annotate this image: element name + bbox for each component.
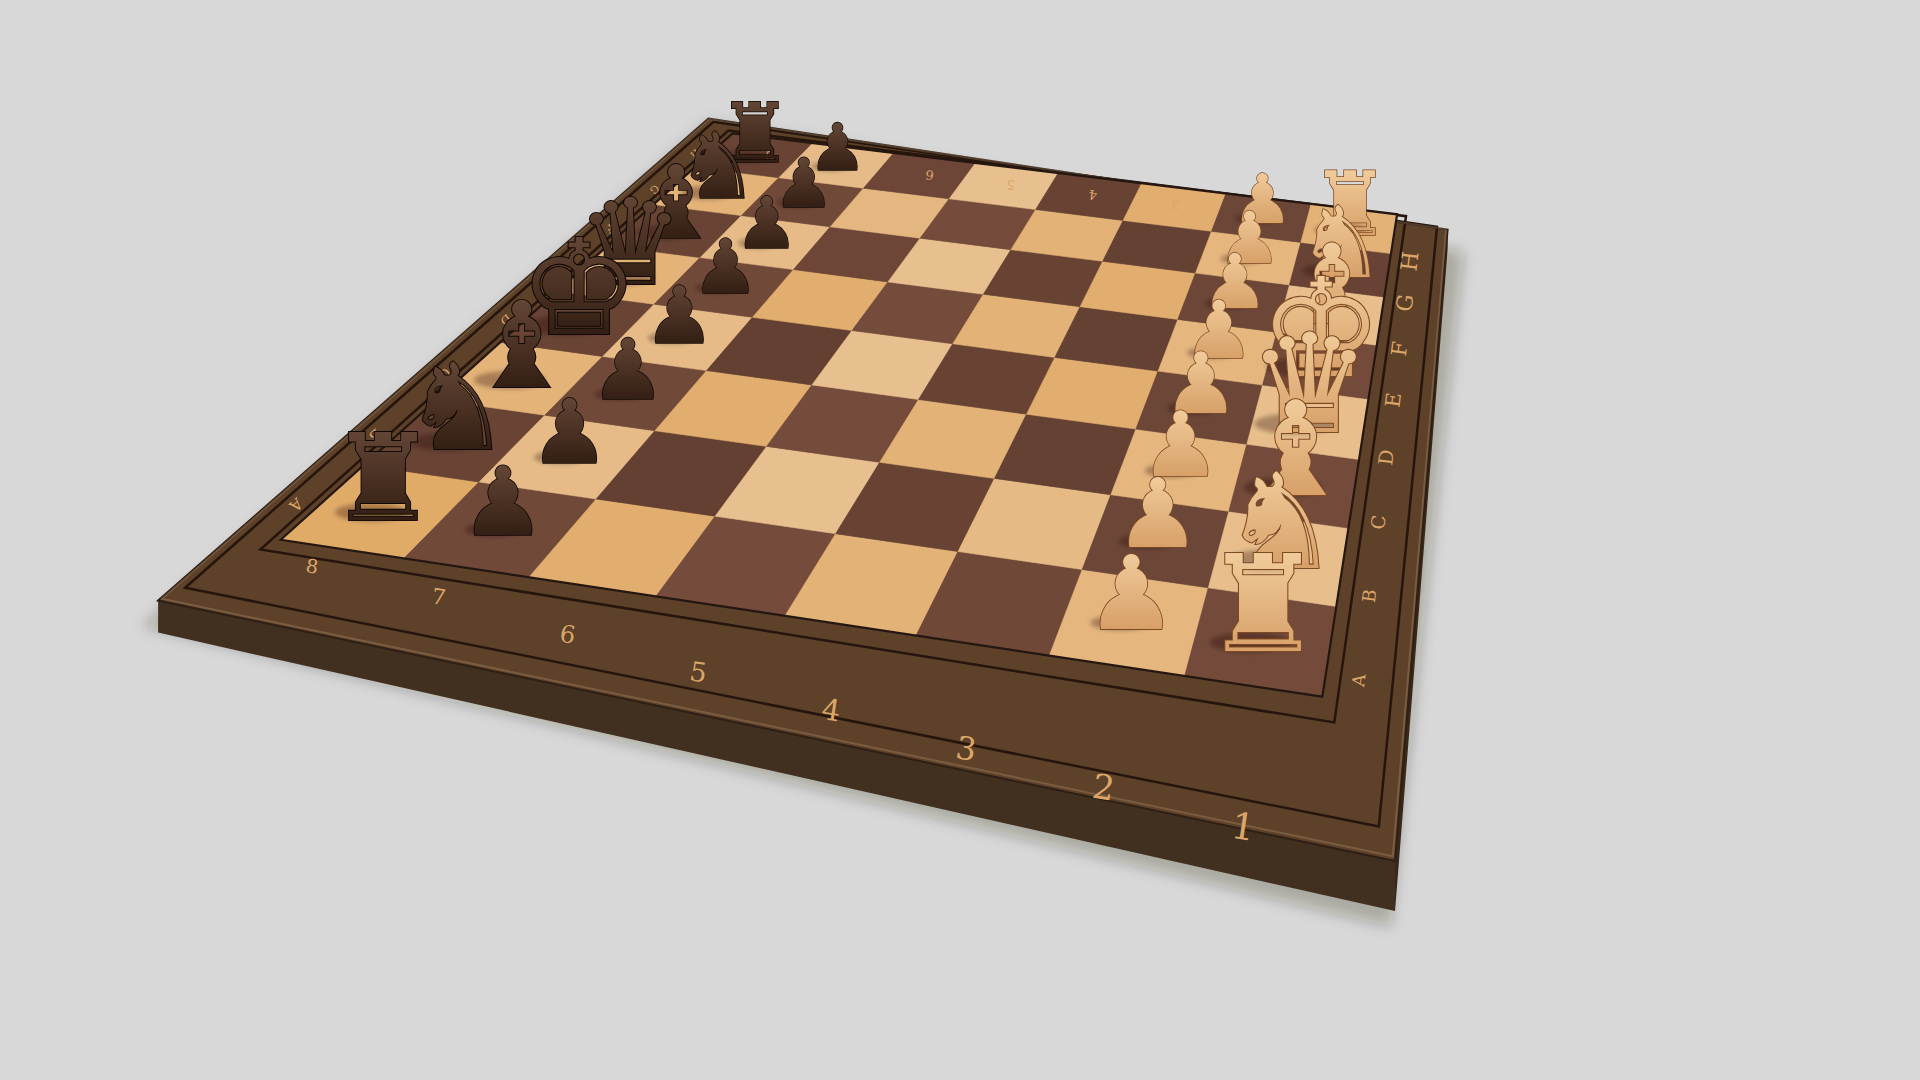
file-label-b-lower-right: B bbox=[1358, 588, 1381, 604]
file-label-e-lower-right: E bbox=[1380, 391, 1406, 409]
file-label-h-lower-right: H bbox=[1396, 250, 1424, 273]
piece-black-pawn-a7[interactable]: ♟ bbox=[460, 446, 546, 557]
piece-black-rook-a8[interactable]: ♜ bbox=[329, 408, 437, 548]
piece-white-pawn-a2[interactable]: ♟ bbox=[1085, 533, 1177, 653]
file-label-d-lower-right: D bbox=[1374, 448, 1399, 466]
file-label-f-lower-right: F bbox=[1386, 340, 1413, 358]
piece-white-rook-a1[interactable]: ♜ bbox=[1203, 527, 1323, 683]
file-label-g-lower-right: G bbox=[1391, 293, 1418, 313]
file-label-c-lower-right: C bbox=[1366, 514, 1390, 531]
chessboard-3d-scene: AA88BB77CC66DD55EE44FF33GG22HH11♜♟♞♟♟♜♝♟… bbox=[0, 0, 1920, 1080]
